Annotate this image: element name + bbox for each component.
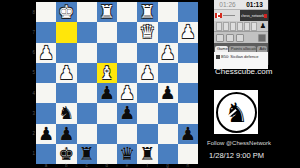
square-a7[interactable]: [36, 22, 56, 42]
square-g3[interactable]: [158, 103, 178, 123]
grid-icon[interactable]: [258, 34, 266, 42]
rank-label-4: 4: [27, 83, 35, 103]
tab-bar: GamePoints allocationAdv: [214, 43, 268, 52]
square-b1[interactable]: ♚: [56, 144, 76, 164]
square-f5[interactable]: ♟: [137, 63, 157, 83]
square-e4[interactable]: ♟: [117, 83, 137, 103]
square-b4[interactable]: [56, 83, 76, 103]
tray-cell: [216, 22, 222, 31]
square-b8[interactable]: ♚: [56, 2, 76, 22]
tab-game[interactable]: Game: [215, 46, 228, 52]
capture-tray: ♟: [214, 21, 268, 31]
square-d4[interactable]: ♟: [97, 83, 117, 103]
player-right: chess_network: [240, 10, 268, 21]
square-e6[interactable]: [117, 43, 137, 63]
square-h3[interactable]: [178, 103, 198, 123]
toolbar-button[interactable]: [236, 34, 244, 42]
panel-toolbar: [214, 31, 268, 43]
video-frame: 87654321 ♚♜♜♛♟♟♟♟♝♟♟♟♟♞♟♟♟♟♚♜♛♜ abcdefgh…: [0, 0, 300, 168]
square-h8[interactable]: [178, 2, 198, 22]
player-left: [214, 10, 240, 21]
knight-icon: ♞: [224, 99, 248, 126]
square-e8[interactable]: [117, 2, 137, 22]
square-b5[interactable]: ♟: [56, 63, 76, 83]
file-label-b: b: [56, 163, 76, 168]
toolbar-button[interactable]: [226, 34, 234, 42]
square-f4[interactable]: [137, 83, 157, 103]
piece-white-pawn-e4[interactable]: ♟: [119, 83, 135, 103]
piece-black-pawn-a2[interactable]: ♟: [38, 124, 54, 144]
square-h4[interactable]: [178, 83, 198, 103]
opening-label: B50: Sicilian defence: [221, 54, 258, 59]
piece-white-pawn-g6[interactable]: ♟: [160, 43, 176, 63]
rank-label-7: 7: [27, 22, 35, 42]
square-d5[interactable]: ♝: [97, 63, 117, 83]
rank-label-8: 8: [27, 2, 35, 22]
datetime-label: 1/28/12 9:00 PM: [209, 151, 264, 160]
opening-book-icon: [216, 55, 220, 59]
clock-row: 01:26 01:13: [214, 0, 268, 10]
square-f3[interactable]: [137, 103, 157, 123]
square-c4[interactable]: [77, 83, 97, 103]
square-f1[interactable]: ♜: [137, 144, 157, 164]
piece-black-queen-e1[interactable]: ♛: [119, 144, 135, 164]
file-label-c: c: [77, 163, 97, 168]
square-a1[interactable]: [36, 144, 56, 164]
square-a4[interactable]: [36, 83, 56, 103]
chess-board: ♚♜♜♛♟♟♟♟♝♟♟♟♟♞♟♟♟♟♚♜♛♜: [36, 2, 198, 164]
logo-ring: ♞: [216, 92, 257, 133]
square-d3[interactable]: [97, 103, 117, 123]
square-d2[interactable]: [97, 124, 117, 144]
file-label-h: h: [178, 163, 198, 168]
square-b3[interactable]: ♞: [56, 103, 76, 123]
square-g6[interactable]: ♟: [158, 43, 178, 63]
piece-black-knight-b3[interactable]: ♞: [58, 103, 74, 123]
square-e2[interactable]: [117, 124, 137, 144]
square-f8[interactable]: ♜: [137, 2, 157, 22]
clock-black: 01:13: [241, 0, 268, 9]
piece-black-rook-f1[interactable]: ♜: [139, 144, 155, 164]
piece-white-pawn-b5[interactable]: ♟: [58, 63, 74, 83]
square-d1[interactable]: [97, 144, 117, 164]
square-d6[interactable]: [97, 43, 117, 63]
square-h7[interactable]: ♟: [178, 22, 198, 42]
file-label-d: d: [97, 163, 117, 168]
square-b7[interactable]: [56, 22, 76, 42]
square-g8[interactable]: [158, 2, 178, 22]
rank-label-6: 6: [27, 43, 35, 63]
square-e1[interactable]: ♛: [117, 144, 137, 164]
piece-black-rook-c1[interactable]: ♜: [79, 144, 95, 164]
canada-flag-icon: [215, 13, 222, 18]
square-g2[interactable]: [158, 124, 178, 144]
piece-white-pawn-f5[interactable]: ♟: [139, 63, 155, 83]
piece-white-king-b8[interactable]: ♚: [58, 2, 74, 22]
square-c3[interactable]: [77, 103, 97, 123]
square-b6[interactable]: [56, 43, 76, 63]
square-h5[interactable]: [178, 63, 198, 83]
square-f6[interactable]: [137, 43, 157, 63]
piece-white-bishop-d5[interactable]: ♝: [99, 63, 115, 83]
square-c8[interactable]: [77, 2, 97, 22]
square-c7[interactable]: [77, 22, 97, 42]
piece-white-pawn-h7[interactable]: ♟: [180, 22, 196, 42]
piece-black-pawn-b2[interactable]: ♟: [58, 124, 74, 144]
status-dot-icon: [264, 14, 267, 18]
square-g4[interactable]: ♟: [158, 83, 178, 103]
player-right-name: chess_network: [241, 14, 264, 18]
square-d7[interactable]: [97, 22, 117, 42]
piece-black-pawn-g4[interactable]: ♟: [160, 83, 176, 103]
rank-label-3: 3: [27, 103, 35, 123]
square-g5[interactable]: [158, 63, 178, 83]
square-c1[interactable]: ♜: [77, 144, 97, 164]
piece-white-pawn-a6[interactable]: ♟: [38, 43, 54, 63]
rank-label-2: 2: [27, 124, 35, 144]
toolbar-button[interactable]: [216, 34, 224, 42]
players-row: chess_network: [214, 10, 268, 21]
square-d8[interactable]: ♜: [97, 2, 117, 22]
piece-white-rook-d8[interactable]: ♜: [99, 2, 115, 22]
tab-adv[interactable]: Adv: [257, 46, 267, 52]
square-a3[interactable]: [36, 103, 56, 123]
tray-cell: [244, 22, 250, 31]
site-label: Chesscube.com: [215, 67, 272, 76]
square-a2[interactable]: ♟: [36, 124, 56, 144]
rank-label-5: 5: [27, 63, 35, 83]
square-e7[interactable]: [117, 22, 137, 42]
tray-cell: [223, 22, 229, 31]
piece-white-rook-f8[interactable]: ♜: [139, 2, 155, 22]
piece-black-pawn-h2[interactable]: ♟: [180, 124, 196, 144]
captured-piece-icon: ♟: [260, 22, 266, 30]
piece-black-pawn-d4[interactable]: ♟: [99, 83, 115, 103]
tray-cell: [230, 22, 236, 31]
clock-white: 01:26: [214, 0, 241, 9]
square-f2[interactable]: [137, 124, 157, 144]
square-f7[interactable]: ♛: [137, 22, 157, 42]
tray-cell: [237, 22, 243, 31]
file-label-e: e: [117, 163, 137, 168]
follow-label: Follow @ChessNetwork: [207, 140, 271, 146]
chessnetwork-logo: ♞: [214, 90, 258, 134]
file-label-a: a: [36, 163, 56, 168]
square-a8[interactable]: [36, 2, 56, 22]
rank-labels: 87654321: [27, 2, 35, 164]
file-label-g: g: [158, 163, 178, 168]
piece-black-king-b1[interactable]: ♚: [58, 144, 74, 164]
tray-cell: [251, 22, 257, 31]
square-g7[interactable]: [158, 22, 178, 42]
square-e5[interactable]: [117, 63, 137, 83]
square-e3[interactable]: ♟: [117, 103, 137, 123]
square-c6[interactable]: [77, 43, 97, 63]
square-h1[interactable]: [178, 144, 198, 164]
square-h2[interactable]: ♟: [178, 124, 198, 144]
square-a5[interactable]: [36, 63, 56, 83]
square-a6[interactable]: ♟: [36, 43, 56, 63]
square-c5[interactable]: [77, 63, 97, 83]
tab-points-allocation[interactable]: Points allocation: [229, 46, 257, 52]
file-labels: abcdefgh: [36, 163, 198, 168]
chesscube-game-panel: 01:26 01:13 chess_network ♟ GamePoints a…: [214, 0, 269, 65]
rank-label-1: 1: [27, 144, 35, 164]
piece-black-pawn-e3[interactable]: ♟: [119, 103, 135, 123]
file-label-f: f: [137, 163, 157, 168]
piece-white-queen-f7[interactable]: ♛: [139, 22, 155, 42]
square-c2[interactable]: [77, 124, 97, 144]
square-g1[interactable]: [158, 144, 178, 164]
player-left-name: [223, 15, 235, 17]
square-h6[interactable]: [178, 43, 198, 63]
square-b2[interactable]: ♟: [56, 124, 76, 144]
